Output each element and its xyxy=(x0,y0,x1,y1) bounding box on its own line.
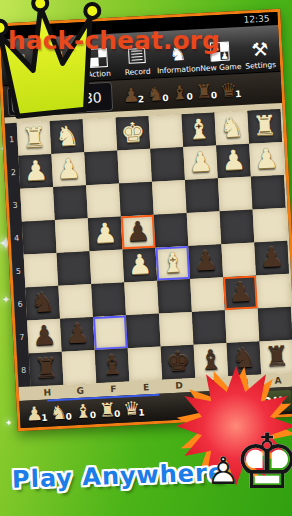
square-g6[interactable] xyxy=(58,284,93,319)
white-pawn-piece: ♟ xyxy=(254,144,280,172)
square-b5[interactable] xyxy=(221,243,256,278)
square-f3[interactable] xyxy=(86,184,121,219)
white-rook-piece: ♜ xyxy=(21,123,47,151)
square-c3[interactable] xyxy=(185,178,220,213)
square-f5[interactable] xyxy=(90,249,125,284)
square-b7[interactable] xyxy=(225,308,260,343)
square-d7[interactable] xyxy=(159,312,194,347)
white-bishop-piece: ♝ xyxy=(160,248,186,276)
square-a5[interactable]: ♟ xyxy=(254,241,289,276)
captured-black-pieces-tray: ♟2♞0♝0♜0♛1 xyxy=(122,80,244,105)
square-h2[interactable]: ♟ xyxy=(18,154,53,189)
square-c7[interactable] xyxy=(192,310,227,345)
square-g3[interactable] xyxy=(53,185,88,220)
chess-board: ♜♞♚♝♞♜♟♟♟♟♟♟♟♟♝♟♟♞♟♟♟♜♝♚♝♞♜ xyxy=(17,109,292,386)
captured-black-R: ♜0 xyxy=(195,81,217,101)
watermark-text: hack-cheat.org xyxy=(8,26,220,55)
square-b2[interactable]: ♟ xyxy=(216,144,251,179)
square-d6[interactable] xyxy=(157,279,192,314)
square-h3[interactable] xyxy=(20,187,55,222)
square-c1[interactable]: ♝ xyxy=(182,112,217,147)
square-h7[interactable]: ♟ xyxy=(27,319,62,354)
square-d4[interactable] xyxy=(154,213,189,248)
captured-white-N: ♞0 xyxy=(50,402,72,422)
white-pawn-piece: ♟ xyxy=(92,219,118,247)
captured-black-B: ♝0 xyxy=(171,83,193,103)
black-rook-piece: ♜ xyxy=(33,354,59,382)
square-c2[interactable]: ♟ xyxy=(183,145,218,180)
white-king-piece: ♚ xyxy=(120,118,146,146)
square-d1[interactable] xyxy=(149,114,184,149)
square-c5[interactable]: ♟ xyxy=(188,244,223,279)
black-pawn-piece: ♟ xyxy=(65,319,91,347)
captured-black-Q: ♛1 xyxy=(219,80,241,100)
captured-black-P: ♟2 xyxy=(122,85,144,105)
captured-white-R: ♜0 xyxy=(98,400,120,420)
square-f8[interactable]: ♝ xyxy=(95,348,130,383)
captured-count: 0 xyxy=(211,90,218,100)
square-g8[interactable] xyxy=(62,350,97,385)
square-f6[interactable] xyxy=(91,282,126,317)
captured-count: 0 xyxy=(90,410,97,420)
square-h1[interactable]: ♜ xyxy=(17,121,52,156)
square-g4[interactable] xyxy=(55,218,90,253)
captured-count: 1 xyxy=(138,407,145,417)
white-bishop-piece: ♝ xyxy=(186,115,212,143)
white-knight-piece: ♞ xyxy=(54,122,80,150)
square-e5[interactable]: ♟ xyxy=(123,248,158,283)
square-d2[interactable] xyxy=(150,147,185,182)
square-g5[interactable] xyxy=(57,251,92,286)
black-knight-piece: ♞ xyxy=(30,288,56,316)
clock: 12:35 xyxy=(243,13,269,24)
white-knight-piece: ♞ xyxy=(219,113,245,141)
black-pawn-piece: ♟ xyxy=(228,278,254,306)
square-e2[interactable] xyxy=(117,149,152,184)
white-pawn-piece: ♟ xyxy=(23,156,49,184)
square-h6[interactable]: ♞ xyxy=(25,286,60,321)
square-a4[interactable] xyxy=(253,208,288,243)
black-pawn-piece: ♟ xyxy=(259,243,285,271)
toolbar-item-label: Record xyxy=(125,67,151,77)
captured-count: 2 xyxy=(138,94,145,104)
square-e4[interactable]: ♟ xyxy=(121,215,156,250)
square-b4[interactable] xyxy=(220,210,255,245)
white-pawn-piece: ♟ xyxy=(127,250,153,278)
square-f1[interactable] xyxy=(83,118,118,153)
white-pawn-piece: ♟ xyxy=(221,146,247,174)
banner-text: Play Anywhere xyxy=(12,458,226,493)
square-h8[interactable]: ♜ xyxy=(29,352,64,387)
square-e8[interactable] xyxy=(128,347,163,382)
square-g1[interactable]: ♞ xyxy=(50,119,85,154)
captured-count: 0 xyxy=(65,411,72,421)
square-a3[interactable] xyxy=(251,175,286,210)
captured-white-P: ♟1 xyxy=(25,404,47,424)
square-f7[interactable] xyxy=(93,315,128,350)
black-pawn-piece: ♟ xyxy=(32,321,58,349)
captured-white-pieces-tray: ♟1♞0♝0♜0♛1 xyxy=(25,398,147,423)
white-pawn-piece: ♟ xyxy=(188,148,214,176)
sparkle-icon: ✦ xyxy=(5,418,13,428)
screenshot-stage: ✦ ✦ ✦ ✦ 12:35 ☝Menu✋UndoActionRecord♞Inf… xyxy=(0,0,292,516)
sparkle-icon: ✦ xyxy=(2,294,10,305)
square-e3[interactable] xyxy=(119,182,154,217)
square-e7[interactable] xyxy=(126,314,161,349)
square-a6[interactable] xyxy=(256,274,291,309)
captured-count: 0 xyxy=(162,93,169,103)
square-b1[interactable]: ♞ xyxy=(214,111,249,146)
square-a7[interactable] xyxy=(258,307,292,342)
square-h5[interactable] xyxy=(24,253,59,288)
toolbar-item-label: Settings xyxy=(245,60,276,71)
captured-count: 0 xyxy=(114,409,121,419)
captured-black-N: ♞0 xyxy=(146,84,168,104)
square-g7[interactable]: ♟ xyxy=(60,317,95,352)
captured-white-Q: ♛1 xyxy=(123,399,145,419)
square-d3[interactable] xyxy=(152,180,187,215)
square-b6[interactable]: ♟ xyxy=(223,275,258,310)
square-c6[interactable] xyxy=(190,277,225,312)
captured-count: 1 xyxy=(235,89,242,99)
toolbar-item-settings[interactable]: ⚒Settings xyxy=(239,25,280,73)
black-pawn-piece: ♟ xyxy=(193,246,219,274)
board-area: 12345678 ♜♞♚♝♞♜♟♟♟♟♟♟♟♟♝♟♟♞♟♟♟♜♝♚♝♞♜ HGF… xyxy=(4,103,292,401)
toolbar-item-label: New Game xyxy=(200,62,241,73)
square-e1[interactable]: ♚ xyxy=(116,116,151,151)
crown-logo-icon xyxy=(0,0,122,128)
square-a1[interactable]: ♜ xyxy=(247,109,282,144)
square-d5[interactable]: ♝ xyxy=(155,246,190,281)
square-c4[interactable] xyxy=(187,211,222,246)
black-bishop-piece: ♝ xyxy=(99,351,125,379)
tools-icon: ⚒ xyxy=(251,37,269,62)
black-pawn-piece: ♟ xyxy=(125,217,151,245)
white-rook-piece: ♜ xyxy=(252,111,278,139)
square-g2[interactable]: ♟ xyxy=(51,152,86,187)
toolbar-item-label: Information xyxy=(157,64,201,75)
white-king-art-icon: ♚♔ xyxy=(233,424,292,516)
square-a2[interactable]: ♟ xyxy=(249,142,284,177)
captured-count: 1 xyxy=(41,413,48,423)
square-f4[interactable]: ♟ xyxy=(88,216,123,251)
square-f2[interactable] xyxy=(84,151,119,186)
captured-white-B: ♝0 xyxy=(74,401,96,421)
square-h4[interactable] xyxy=(22,220,57,255)
captured-count: 0 xyxy=(186,92,193,102)
square-b3[interactable] xyxy=(218,177,253,212)
white-pawn-piece: ♟ xyxy=(56,155,82,183)
square-e6[interactable] xyxy=(124,281,159,316)
